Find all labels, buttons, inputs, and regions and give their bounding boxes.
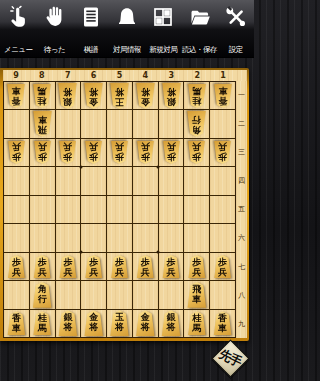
board-cell-6八[interactable] (81, 281, 106, 308)
piece-歩兵-sente[interactable]: 歩兵 (84, 255, 103, 278)
rank-label-二: 二 (236, 110, 247, 139)
rank-label-八: 八 (236, 281, 247, 310)
turn-indicator-badge: 先手 (211, 339, 249, 377)
board-cell-3九[interactable]: 銀将 (159, 310, 184, 337)
board-cell-2八[interactable]: 飛車 (184, 281, 209, 308)
piece-金将-sente[interactable]: 金将 (83, 310, 104, 336)
piece-歩兵-sente[interactable]: 歩兵 (213, 255, 232, 278)
board-cell-5六[interactable] (107, 224, 132, 251)
board-cell-5四[interactable] (107, 167, 132, 194)
board-cell-7九[interactable]: 銀将 (56, 310, 81, 337)
board-cell-3八[interactable] (159, 281, 184, 308)
board-cell-7三[interactable]: 歩兵 (56, 139, 81, 166)
board-cell-1七[interactable]: 歩兵 (210, 253, 235, 280)
piece-shape: 歩兵 (33, 141, 52, 164)
piece-kanji: 歩兵 (192, 141, 202, 161)
rank-label-七: 七 (236, 252, 247, 281)
toolbar: メニュー 待った 棋譜 (0, 0, 254, 58)
board-cell-3四[interactable] (159, 167, 184, 194)
new-game-button-label: 新規対局 (149, 45, 177, 54)
rank-label-五: 五 (236, 195, 247, 224)
rank-label-九: 九 (236, 309, 247, 338)
file-label-8: 8 (29, 70, 55, 81)
piece-kanji: 歩兵 (11, 258, 21, 278)
board-cell-2九[interactable]: 桂馬 (184, 310, 209, 337)
piece-shape: 桂馬 (32, 311, 52, 335)
board-cell-9八[interactable] (4, 281, 29, 308)
piece-kanji: 銀将 (166, 313, 176, 336)
piece-kanji: 王将 (114, 83, 124, 106)
piece-shape: 銀将 (57, 310, 78, 336)
piece-kanji: 歩兵 (218, 258, 228, 278)
piece-歩兵-gote[interactable]: 歩兵 (84, 141, 103, 164)
board-cell-7六[interactable] (56, 224, 81, 251)
rank-label-四: 四 (236, 167, 247, 196)
piece-kanji: 桂馬 (192, 314, 202, 335)
piece-銀将-sente[interactable]: 銀将 (161, 310, 182, 336)
tap-hand-icon (5, 4, 31, 30)
piece-shape: 金将 (83, 310, 104, 336)
file-label-3: 3 (158, 70, 184, 81)
board-cell-6六[interactable] (81, 224, 106, 251)
piece-shape: 角行 (186, 111, 207, 137)
piece-shape: 歩兵 (58, 141, 77, 164)
piece-kanji: 歩兵 (140, 258, 150, 278)
board-cell-5三[interactable]: 歩兵 (107, 139, 132, 166)
piece-shape: 歩兵 (187, 141, 206, 164)
board-cell-8六[interactable] (30, 224, 55, 251)
board-cell-9九[interactable]: 香車 (4, 310, 29, 337)
piece-銀将-sente[interactable]: 銀将 (57, 310, 78, 336)
tools-icon (223, 4, 249, 30)
board-cell-4一[interactable]: 金将 (133, 82, 158, 109)
board-cell-4七[interactable]: 歩兵 (133, 253, 158, 280)
piece-shape: 歩兵 (187, 255, 206, 278)
hoshi-dot (79, 166, 82, 169)
board-cell-8九[interactable]: 桂馬 (30, 310, 55, 337)
settings-button[interactable]: 設定 (218, 0, 254, 57)
piece-shape: 金将 (135, 83, 156, 109)
board-cell-9三[interactable]: 歩兵 (4, 139, 29, 166)
piece-shape: 銀将 (161, 310, 182, 336)
board-cell-1三[interactable]: 歩兵 (210, 139, 235, 166)
board-cell-2一[interactable]: 桂馬 (184, 82, 209, 109)
piece-kanji: 桂馬 (192, 84, 202, 105)
board-cell-9六[interactable] (4, 224, 29, 251)
board-cell-6三[interactable]: 歩兵 (81, 139, 106, 166)
piece-shape: 桂馬 (187, 84, 207, 108)
rank-label-六: 六 (236, 224, 247, 253)
piece-歩兵-gote[interactable]: 歩兵 (33, 141, 52, 164)
file-label-5: 5 (107, 70, 133, 81)
board-cell-8二[interactable]: 飛車 (30, 110, 55, 137)
board-cell-6九[interactable]: 金将 (81, 310, 106, 337)
piece-shape: 銀将 (161, 83, 182, 109)
piece-kanji: 飛車 (37, 111, 47, 134)
hoshi-dot (156, 166, 159, 169)
file-label-6: 6 (81, 70, 107, 81)
piece-kanji: 歩兵 (37, 258, 47, 278)
board-cell-1一[interactable]: 香車 (210, 82, 235, 109)
piece-歩兵-sente[interactable]: 歩兵 (58, 255, 77, 278)
board-cell-2二[interactable]: 角行 (184, 110, 209, 137)
open-hand-icon (41, 4, 67, 30)
piece-shape: 香車 (213, 311, 233, 335)
board-cell-8三[interactable]: 歩兵 (30, 139, 55, 166)
bell-icon (114, 4, 140, 30)
board-cell-9一[interactable]: 香車 (4, 82, 29, 109)
board-cell-3五[interactable] (159, 196, 184, 223)
board-cell-7四[interactable] (56, 167, 81, 194)
board-cell-2三[interactable]: 歩兵 (184, 139, 209, 166)
piece-kanji: 角行 (37, 285, 47, 308)
board-cell-2五[interactable] (184, 196, 209, 223)
menu-button[interactable]: メニュー (0, 0, 36, 57)
file-label-9: 9 (3, 70, 29, 81)
board-cell-2六[interactable] (184, 224, 209, 251)
piece-kanji: 香車 (218, 314, 228, 335)
board-cell-6七[interactable]: 歩兵 (81, 253, 106, 280)
piece-歩兵-sente[interactable]: 歩兵 (136, 255, 155, 278)
folder-icon (187, 4, 213, 30)
piece-shape: 角行 (32, 282, 53, 308)
piece-歩兵-gote[interactable]: 歩兵 (7, 141, 26, 164)
piece-shape: 金将 (135, 310, 156, 336)
board-cell-9五[interactable] (4, 196, 29, 223)
board-cell-5二[interactable] (107, 110, 132, 137)
rank-labels: 一二三四五六七八九 (236, 81, 247, 338)
board-cell-8八[interactable]: 角行 (30, 281, 55, 308)
piece-shape: 歩兵 (136, 255, 155, 278)
piece-kanji: 角行 (192, 111, 202, 134)
board-cell-4九[interactable]: 金将 (133, 310, 158, 337)
piece-王将-gote[interactable]: 王将 (109, 83, 130, 109)
piece-歩兵-gote[interactable]: 歩兵 (136, 141, 155, 164)
board-cell-4三[interactable]: 歩兵 (133, 139, 158, 166)
piece-kanji: 香車 (11, 84, 21, 105)
load-save-button[interactable]: 読込・保存 (182, 0, 218, 57)
piece-shape: 歩兵 (136, 141, 155, 164)
piece-kanji: 金将 (140, 83, 150, 106)
piece-歩兵-gote[interactable]: 歩兵 (162, 141, 181, 164)
board-cell-7一[interactable]: 銀将 (56, 82, 81, 109)
piece-kanji: 桂馬 (37, 314, 47, 335)
piece-shape: 飛車 (186, 282, 207, 308)
piece-shape: 銀将 (57, 83, 78, 109)
piece-shape: 王将 (109, 83, 130, 109)
undo-button[interactable]: 待った (36, 0, 72, 57)
piece-角行-sente[interactable]: 角行 (32, 282, 53, 308)
board-cell-3六[interactable] (159, 224, 184, 251)
piece-kanji: 金将 (140, 313, 150, 336)
piece-shape: 歩兵 (58, 255, 77, 278)
board-cell-2七[interactable]: 歩兵 (184, 253, 209, 280)
board-cell-6四[interactable] (81, 167, 106, 194)
piece-shape: 桂馬 (187, 311, 207, 335)
new-game-button[interactable]: 新規対局 (145, 0, 181, 57)
file-coordinates: 987654321 (3, 70, 247, 81)
board-cell-5七[interactable]: 歩兵 (107, 253, 132, 280)
undo-button-label: 待った (44, 45, 65, 54)
piece-kanji: 香車 (11, 314, 21, 335)
piece-shape: 金将 (83, 83, 104, 109)
file-label-2: 2 (184, 70, 210, 81)
piece-kanji: 歩兵 (218, 141, 228, 161)
piece-金将-gote[interactable]: 金将 (83, 83, 104, 109)
piece-歩兵-sente[interactable]: 歩兵 (33, 255, 52, 278)
piece-桂馬-sente[interactable]: 桂馬 (32, 311, 52, 335)
board-cell-5一[interactable]: 王将 (107, 82, 132, 109)
board-grid-icon (150, 4, 176, 30)
piece-香車-gote[interactable]: 香車 (6, 84, 26, 108)
piece-shape: 歩兵 (84, 255, 103, 278)
piece-桂馬-gote[interactable]: 桂馬 (32, 84, 52, 108)
piece-kanji: 歩兵 (63, 258, 73, 278)
piece-香車-sente[interactable]: 香車 (213, 311, 233, 335)
board-cell-1八[interactable] (210, 281, 235, 308)
piece-飛車-sente[interactable]: 飛車 (186, 282, 207, 308)
piece-kanji: 歩兵 (192, 258, 202, 278)
piece-shape: 歩兵 (213, 141, 232, 164)
board-cell-1二[interactable] (210, 110, 235, 137)
board-grid: 香車桂馬銀将金将王将金将銀将桂馬香車飛車角行歩兵歩兵歩兵歩兵歩兵歩兵歩兵歩兵歩兵… (3, 81, 236, 338)
board-cell-4八[interactable] (133, 281, 158, 308)
rank-label-三: 三 (236, 138, 247, 167)
piece-kanji: 桂馬 (37, 84, 47, 105)
board-cell-3二[interactable] (159, 110, 184, 137)
piece-shape: 香車 (6, 311, 26, 335)
piece-kanji: 歩兵 (166, 258, 176, 278)
game-record-button-label: 棋譜 (84, 45, 98, 54)
piece-shape: 歩兵 (110, 255, 129, 278)
piece-shape: 歩兵 (84, 141, 103, 164)
piece-歩兵-sente[interactable]: 歩兵 (7, 255, 26, 278)
game-info-button[interactable]: 対局情報 (109, 0, 145, 57)
piece-歩兵-sente[interactable]: 歩兵 (162, 255, 181, 278)
board-cell-6一[interactable]: 金将 (81, 82, 106, 109)
board-cell-4二[interactable] (133, 110, 158, 137)
board-cell-3三[interactable]: 歩兵 (159, 139, 184, 166)
board-cell-6五[interactable] (81, 196, 106, 223)
board-cell-4四[interactable] (133, 167, 158, 194)
board-cell-7七[interactable]: 歩兵 (56, 253, 81, 280)
piece-kanji: 香車 (218, 84, 228, 105)
piece-shape: 香車 (6, 84, 26, 108)
board-cell-5五[interactable] (107, 196, 132, 223)
shogi-board: 987654321 香車桂馬銀将金将王将金将銀将桂馬香車飛車角行歩兵歩兵歩兵歩兵… (0, 68, 249, 341)
load-save-button-label: 読込・保存 (182, 45, 217, 54)
piece-kanji: 歩兵 (166, 141, 176, 161)
board-cell-7二[interactable] (56, 110, 81, 137)
piece-shape: 香車 (213, 84, 233, 108)
piece-shape: 桂馬 (32, 84, 52, 108)
game-info-button-label: 対局情報 (113, 45, 141, 54)
hoshi-dot (156, 251, 159, 254)
piece-金将-gote[interactable]: 金将 (135, 83, 156, 109)
piece-銀将-gote[interactable]: 銀将 (161, 83, 182, 109)
board-cell-9七[interactable]: 歩兵 (4, 253, 29, 280)
piece-歩兵-sente[interactable]: 歩兵 (187, 255, 206, 278)
board-cell-9二[interactable] (4, 110, 29, 137)
board-cell-8一[interactable]: 桂馬 (30, 82, 55, 109)
board-cell-2四[interactable] (184, 167, 209, 194)
board-cell-8五[interactable] (30, 196, 55, 223)
piece-kanji: 銀将 (63, 313, 73, 336)
piece-歩兵-gote[interactable]: 歩兵 (110, 141, 129, 164)
piece-kanji: 歩兵 (37, 141, 47, 161)
piece-shape: 歩兵 (7, 141, 26, 164)
file-label-4: 4 (132, 70, 158, 81)
board-cell-8七[interactable]: 歩兵 (30, 253, 55, 280)
piece-kanji: 歩兵 (89, 141, 99, 161)
file-labels: 987654321 (3, 70, 236, 81)
piece-kanji: 金将 (89, 313, 99, 336)
turn-indicator-label: 先手 (205, 333, 254, 381)
piece-飛車-gote[interactable]: 飛車 (32, 111, 53, 137)
board-cell-4五[interactable] (133, 196, 158, 223)
piece-角行-gote[interactable]: 角行 (186, 111, 207, 137)
piece-shape: 歩兵 (33, 255, 52, 278)
board-cell-7八[interactable] (56, 281, 81, 308)
piece-香車-gote[interactable]: 香車 (213, 84, 233, 108)
piece-玉将-sente[interactable]: 玉将 (109, 310, 130, 336)
piece-kanji: 歩兵 (114, 258, 124, 278)
board-cell-3一[interactable]: 銀将 (159, 82, 184, 109)
piece-kanji: 歩兵 (89, 258, 99, 278)
piece-歩兵-gote[interactable]: 歩兵 (58, 141, 77, 164)
piece-kanji: 玉将 (114, 313, 124, 336)
piece-桂馬-gote[interactable]: 桂馬 (187, 84, 207, 108)
piece-shape: 飛車 (32, 111, 53, 137)
document-lines-icon (78, 4, 104, 30)
menu-button-label: メニュー (4, 45, 33, 54)
piece-shape: 歩兵 (7, 255, 26, 278)
hoshi-dot (79, 251, 82, 254)
piece-桂馬-sente[interactable]: 桂馬 (187, 311, 207, 335)
game-record-button[interactable]: 棋譜 (73, 0, 109, 57)
piece-shape: 歩兵 (162, 141, 181, 164)
piece-歩兵-sente[interactable]: 歩兵 (110, 255, 129, 278)
piece-kanji: 金将 (89, 83, 99, 106)
file-label-7: 7 (55, 70, 81, 81)
piece-kanji: 銀将 (63, 83, 73, 106)
rank-label-一: 一 (236, 81, 247, 110)
piece-kanji: 銀将 (166, 83, 176, 106)
board-cell-5八[interactable] (107, 281, 132, 308)
piece-歩兵-gote[interactable]: 歩兵 (187, 141, 206, 164)
board-cell-1五[interactable] (210, 196, 235, 223)
piece-香車-sente[interactable]: 香車 (6, 311, 26, 335)
piece-kanji: 歩兵 (63, 141, 73, 161)
piece-shape: 歩兵 (110, 141, 129, 164)
board-cell-6二[interactable] (81, 110, 106, 137)
piece-kanji: 歩兵 (140, 141, 150, 161)
piece-kanji: 飛車 (192, 285, 202, 308)
board-cell-5九[interactable]: 玉将 (107, 310, 132, 337)
piece-kanji: 歩兵 (11, 141, 21, 161)
piece-shape: 玉将 (109, 310, 130, 336)
board-cell-1六[interactable] (210, 224, 235, 251)
board-cell-4六[interactable] (133, 224, 158, 251)
piece-金将-sente[interactable]: 金将 (135, 310, 156, 336)
piece-shape: 歩兵 (213, 255, 232, 278)
piece-shape: 歩兵 (162, 255, 181, 278)
board-cell-1四[interactable] (210, 167, 235, 194)
board-cell-7五[interactable] (56, 196, 81, 223)
settings-button-label: 設定 (229, 45, 243, 54)
board-cell-3七[interactable]: 歩兵 (159, 253, 184, 280)
piece-銀将-gote[interactable]: 銀将 (57, 83, 78, 109)
board-cell-8四[interactable] (30, 167, 55, 194)
file-label-1: 1 (210, 70, 236, 81)
board-cell-9四[interactable] (4, 167, 29, 194)
piece-歩兵-gote[interactable]: 歩兵 (213, 141, 232, 164)
piece-kanji: 歩兵 (114, 141, 124, 161)
